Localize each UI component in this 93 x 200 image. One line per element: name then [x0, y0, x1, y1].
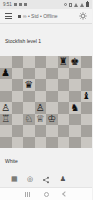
square-h6[interactable] — [81, 79, 93, 91]
square-e1[interactable] — [46, 137, 58, 149]
recents-icon[interactable] — [25, 192, 31, 197]
square-h5[interactable]: ♝ — [81, 91, 93, 103]
square-h2[interactable] — [81, 125, 93, 137]
square-b5[interactable] — [12, 91, 24, 103]
square-e3[interactable]: ♔ — [46, 114, 58, 126]
square-e7[interactable] — [46, 68, 58, 80]
square-b7[interactable] — [12, 68, 24, 80]
square-e2[interactable] — [46, 125, 58, 137]
square-b2[interactable] — [12, 125, 24, 137]
square-c7[interactable] — [23, 68, 35, 80]
square-g6[interactable] — [69, 79, 81, 91]
piece-bR[interactable]: ♜ — [59, 57, 68, 67]
square-f4[interactable] — [58, 102, 70, 114]
square-h1[interactable] — [81, 137, 93, 149]
status-right — [64, 2, 90, 7]
square-f7[interactable] — [58, 68, 70, 80]
square-g4[interactable]: ♞ — [69, 102, 81, 114]
square-a7[interactable]: ♟ — [0, 68, 12, 80]
square-e4[interactable] — [46, 102, 58, 114]
bottom-action-bar: ▦ ◎ ♟ — [0, 173, 80, 186]
square-d4[interactable]: ♙ — [35, 102, 47, 114]
clock-icon[interactable]: ◎ — [27, 176, 33, 183]
square-c4[interactable] — [23, 102, 35, 114]
square-b6[interactable] — [12, 79, 24, 91]
square-d1[interactable] — [35, 137, 47, 149]
piece-bQ[interactable]: ♛ — [24, 80, 33, 90]
square-c5[interactable] — [23, 91, 35, 103]
square-g1[interactable] — [69, 137, 81, 149]
share-icon[interactable] — [42, 176, 50, 184]
app-toolbar: ∞ • Std • Offline — [0, 9, 92, 24]
grid-board-icon[interactable]: ▦ — [11, 176, 18, 183]
square-b3[interactable] — [12, 114, 24, 126]
square-a1[interactable] — [0, 137, 12, 149]
square-e5[interactable] — [46, 91, 58, 103]
square-g5[interactable] — [69, 91, 81, 103]
pawn-icon[interactable]: ♟ — [60, 176, 66, 183]
opponent-label: Stockfish level 1 — [5, 38, 92, 44]
square-g7[interactable] — [69, 68, 81, 80]
square-e8[interactable] — [46, 56, 58, 68]
turn-indicator: White — [5, 158, 92, 164]
square-b8[interactable] — [12, 56, 24, 68]
square-g3[interactable] — [69, 114, 81, 126]
piece-bN[interactable]: ♞ — [70, 103, 79, 113]
alarm-icon — [64, 3, 67, 6]
square-c6[interactable]: ♛ — [23, 79, 35, 91]
square-d8[interactable] — [35, 56, 47, 68]
square-c3[interactable]: ♘ — [23, 114, 35, 126]
clock-text: 9:51 — [3, 2, 12, 7]
piece-wN[interactable]: ♘ — [24, 114, 33, 124]
home-icon[interactable] — [44, 192, 49, 197]
status-left: 9:51 — [3, 2, 27, 7]
square-d5[interactable] — [35, 91, 47, 103]
piece-wR[interactable]: ♖ — [1, 114, 10, 124]
piece-wP[interactable]: ♙ — [1, 103, 10, 113]
square-b4[interactable] — [12, 102, 24, 114]
square-f3[interactable] — [58, 114, 70, 126]
piece-wK[interactable]: ♔ — [47, 114, 56, 124]
square-h3[interactable] — [81, 114, 93, 126]
battery-icon — [86, 2, 90, 7]
piece-bB[interactable]: ♝ — [82, 91, 91, 101]
android-nav-bar — [0, 187, 92, 200]
variant-icon — [18, 15, 21, 18]
square-f1[interactable] — [58, 137, 70, 149]
square-h7[interactable] — [81, 68, 93, 80]
vibrate-icon — [69, 3, 72, 7]
notification-icon — [14, 3, 17, 6]
piece-bP[interactable]: ♟ — [1, 68, 10, 78]
game-mode-title: ∞ • Std • Offline — [23, 13, 58, 19]
square-f8[interactable]: ♜ — [58, 56, 70, 68]
square-d7[interactable] — [35, 68, 47, 80]
square-f2[interactable] — [58, 125, 70, 137]
notification-icon — [19, 3, 22, 6]
square-b1[interactable] — [12, 137, 24, 149]
square-g2[interactable] — [69, 125, 81, 137]
square-e6[interactable] — [46, 79, 58, 91]
square-h4[interactable] — [81, 102, 93, 114]
back-icon[interactable] — [62, 191, 68, 197]
square-h8[interactable] — [81, 56, 93, 68]
menu-icon[interactable] — [5, 13, 12, 18]
square-a8[interactable] — [0, 56, 12, 68]
square-a5[interactable] — [0, 91, 12, 103]
square-d2[interactable] — [35, 125, 47, 137]
gear-icon[interactable] — [79, 12, 87, 20]
status-bar: 9:51 — [0, 0, 92, 9]
signal-icon — [80, 3, 84, 7]
wifi-icon — [74, 3, 78, 7]
piece-bK[interactable]: ♚ — [70, 57, 79, 67]
piece-wP[interactable]: ♙ — [36, 103, 45, 113]
square-d3[interactable]: ♕ — [35, 114, 47, 126]
square-f6[interactable] — [58, 79, 70, 91]
square-f5[interactable] — [58, 91, 70, 103]
square-d6[interactable] — [35, 79, 47, 91]
square-a3[interactable]: ♖ — [0, 114, 12, 126]
square-a6[interactable] — [0, 79, 12, 91]
phone-screen: 9:51 ∞ • Std • Offline Stockfi — [0, 0, 92, 200]
notification-icon — [24, 3, 27, 6]
square-a4[interactable]: ♙ — [0, 102, 12, 114]
square-c8[interactable] — [23, 56, 35, 68]
chess-board[interactable]: ♜♚♟♛♝♙♙♞♖♘♕♔ — [0, 56, 92, 148]
square-c2[interactable] — [23, 125, 35, 137]
square-g8[interactable]: ♚ — [69, 56, 81, 68]
square-a2[interactable] — [0, 125, 12, 137]
square-c1[interactable] — [23, 137, 35, 149]
piece-wQ[interactable]: ♕ — [36, 114, 45, 124]
